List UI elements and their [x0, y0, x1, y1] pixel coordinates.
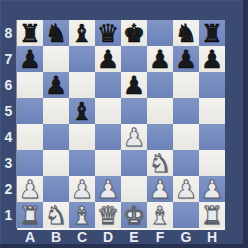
piece-black-pawn: ♟	[95, 46, 121, 72]
square-f7[interactable]: ♟	[147, 46, 173, 72]
piece-white-pawn: ♟	[95, 176, 121, 202]
piece-white-bishop: ♝	[69, 202, 95, 228]
square-a3[interactable]	[17, 150, 43, 176]
square-e1[interactable]: ♚	[121, 202, 147, 228]
square-e3[interactable]	[121, 150, 147, 176]
square-e2[interactable]	[121, 176, 147, 202]
square-h3[interactable]	[199, 150, 225, 176]
chess-board-diagram: 87654321 ♜♞♝♛♚♞♜♟♟♟♟♟♟♟♝♟♞♟♟♟♟♟♟♜♞♝♛♚♝♜ …	[0, 0, 248, 248]
square-e7[interactable]	[121, 46, 147, 72]
square-f4[interactable]	[147, 124, 173, 150]
square-f6[interactable]	[147, 72, 173, 98]
piece-white-knight: ♞	[147, 150, 173, 176]
piece-white-pawn: ♟	[199, 176, 225, 202]
file-label-g: G	[173, 229, 199, 245]
piece-black-bishop: ♝	[69, 20, 95, 46]
rank-labels: 87654321	[0, 20, 17, 228]
square-c1[interactable]: ♝	[69, 202, 95, 228]
square-h1[interactable]: ♜	[199, 202, 225, 228]
rank-label-6: 6	[0, 72, 17, 98]
piece-black-queen: ♛	[95, 20, 121, 46]
piece-white-pawn: ♟	[173, 176, 199, 202]
rank-label-5: 5	[0, 98, 17, 124]
piece-black-rook: ♜	[199, 20, 225, 46]
square-c7[interactable]	[69, 46, 95, 72]
piece-white-bishop: ♝	[147, 202, 173, 228]
square-b5[interactable]	[43, 98, 69, 124]
rank-label-3: 3	[0, 150, 17, 176]
piece-white-knight: ♞	[43, 202, 69, 228]
piece-black-knight: ♞	[43, 20, 69, 46]
square-d1[interactable]: ♛	[95, 202, 121, 228]
square-h6[interactable]	[199, 72, 225, 98]
square-c8[interactable]: ♝	[69, 20, 95, 46]
square-c2[interactable]: ♟	[69, 176, 95, 202]
square-e6[interactable]: ♟	[121, 72, 147, 98]
square-h4[interactable]	[199, 124, 225, 150]
square-d5[interactable]	[95, 98, 121, 124]
piece-white-rook: ♜	[17, 202, 43, 228]
square-e8[interactable]: ♚	[121, 20, 147, 46]
square-b7[interactable]	[43, 46, 69, 72]
square-h7[interactable]: ♟	[199, 46, 225, 72]
square-a2[interactable]: ♟	[17, 176, 43, 202]
piece-white-pawn: ♟	[121, 124, 147, 150]
square-a4[interactable]	[17, 124, 43, 150]
square-h2[interactable]: ♟	[199, 176, 225, 202]
square-g3[interactable]	[173, 150, 199, 176]
file-label-a: A	[17, 229, 43, 245]
square-d2[interactable]: ♟	[95, 176, 121, 202]
square-d3[interactable]	[95, 150, 121, 176]
piece-black-pawn: ♟	[147, 46, 173, 72]
square-a5[interactable]	[17, 98, 43, 124]
square-c4[interactable]	[69, 124, 95, 150]
piece-black-pawn: ♟	[121, 72, 147, 98]
square-d6[interactable]	[95, 72, 121, 98]
square-c5[interactable]: ♝	[69, 98, 95, 124]
square-f3[interactable]: ♞	[147, 150, 173, 176]
file-label-c: C	[69, 229, 95, 245]
rank-label-1: 1	[0, 202, 17, 228]
square-g5[interactable]	[173, 98, 199, 124]
square-b8[interactable]: ♞	[43, 20, 69, 46]
square-f1[interactable]: ♝	[147, 202, 173, 228]
piece-black-pawn: ♟	[199, 46, 225, 72]
piece-black-pawn: ♟	[173, 46, 199, 72]
square-g1[interactable]	[173, 202, 199, 228]
square-e4[interactable]: ♟	[121, 124, 147, 150]
square-b1[interactable]: ♞	[43, 202, 69, 228]
piece-black-king: ♚	[121, 20, 147, 46]
chess-board: ♜♞♝♛♚♞♜♟♟♟♟♟♟♟♝♟♞♟♟♟♟♟♟♜♞♝♛♚♝♜	[17, 20, 225, 228]
square-g2[interactable]: ♟	[173, 176, 199, 202]
square-d8[interactable]: ♛	[95, 20, 121, 46]
piece-white-pawn: ♟	[17, 176, 43, 202]
square-c3[interactable]	[69, 150, 95, 176]
square-b6[interactable]: ♟	[43, 72, 69, 98]
rank-label-7: 7	[0, 46, 17, 72]
square-g7[interactable]: ♟	[173, 46, 199, 72]
file-labels: ABCDEFGH	[17, 229, 225, 245]
piece-black-bishop: ♝	[69, 98, 95, 124]
rank-label-4: 4	[0, 124, 17, 150]
file-label-d: D	[95, 229, 121, 245]
square-b2[interactable]	[43, 176, 69, 202]
piece-white-rook: ♜	[199, 202, 225, 228]
file-label-h: H	[199, 229, 225, 245]
square-d7[interactable]: ♟	[95, 46, 121, 72]
square-f2[interactable]: ♟	[147, 176, 173, 202]
piece-black-pawn: ♟	[17, 46, 43, 72]
piece-black-rook: ♜	[17, 20, 43, 46]
file-label-e: E	[121, 229, 147, 245]
square-a7[interactable]: ♟	[17, 46, 43, 72]
piece-black-knight: ♞	[173, 20, 199, 46]
piece-white-queen: ♛	[95, 202, 121, 228]
square-b4[interactable]	[43, 124, 69, 150]
file-label-b: B	[43, 229, 69, 245]
square-h5[interactable]	[199, 98, 225, 124]
square-c6[interactable]	[69, 72, 95, 98]
square-e5[interactable]	[121, 98, 147, 124]
square-g6[interactable]	[173, 72, 199, 98]
square-g8[interactable]: ♞	[173, 20, 199, 46]
piece-white-pawn: ♟	[69, 176, 95, 202]
square-f8[interactable]	[147, 20, 173, 46]
square-d4[interactable]	[95, 124, 121, 150]
square-f5[interactable]	[147, 98, 173, 124]
piece-white-king: ♚	[121, 202, 147, 228]
square-g4[interactable]	[173, 124, 199, 150]
piece-black-pawn: ♟	[43, 72, 69, 98]
file-label-f: F	[147, 229, 173, 245]
square-a8[interactable]: ♜	[17, 20, 43, 46]
square-a6[interactable]	[17, 72, 43, 98]
rank-label-2: 2	[0, 176, 17, 202]
rank-label-8: 8	[0, 20, 17, 46]
square-a1[interactable]: ♜	[17, 202, 43, 228]
piece-white-pawn: ♟	[147, 176, 173, 202]
square-h8[interactable]: ♜	[199, 20, 225, 46]
square-b3[interactable]	[43, 150, 69, 176]
